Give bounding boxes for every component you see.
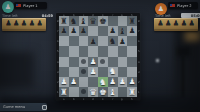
black-knight-b8[interactable]: ♞ — [70, 17, 78, 26]
coordinate-label: 3 — [138, 70, 140, 73]
coordinate-label: 4 — [138, 60, 140, 63]
black-bishop-g7[interactable]: ♝ — [119, 27, 127, 36]
move-hint-dot[interactable] — [81, 59, 86, 64]
captured-piece: ♟ — [165, 20, 171, 27]
square-a7[interactable]: ♟ — [59, 26, 69, 36]
square-b5[interactable] — [69, 46, 79, 56]
square-g6[interactable]: ♟ — [118, 36, 128, 46]
square-f5[interactable] — [108, 46, 118, 56]
captured-piece: ♟ — [21, 20, 27, 27]
white-pawn-h2[interactable]: ♟ — [129, 78, 136, 86]
captured-piece: ♟ — [36, 20, 42, 27]
black-pawn-c7[interactable]: ♟ — [80, 27, 87, 35]
rank-labels-right: 87654321 — [137, 16, 141, 97]
square-e7[interactable] — [98, 26, 108, 36]
square-b8[interactable]: ♞ — [69, 16, 79, 26]
square-f2[interactable]: ♟ — [108, 77, 118, 87]
pawn-icon: ♟ — [158, 6, 164, 13]
captured-pieces-tray: ♟♟♟♟♟ — [2, 18, 46, 31]
chess-board[interactable]: ♜♞♝♛♚♜♟♟♟♟♝♟♟♞♟♟♟♞♟♟♞♟♟♟♜♛♚♝♜ — [59, 16, 137, 97]
file-labels-bottom: abcdefgh — [59, 97, 137, 101]
square-f3[interactable]: ♞ — [108, 67, 118, 77]
square-h4[interactable] — [127, 57, 137, 67]
square-c2[interactable] — [79, 77, 89, 87]
square-c6[interactable] — [79, 36, 89, 46]
clock-label: Time left — [155, 14, 171, 18]
move-hint-dot[interactable] — [81, 69, 86, 74]
square-a4[interactable] — [59, 57, 69, 67]
square-e3[interactable] — [98, 67, 108, 77]
coordinate-label: c — [83, 97, 84, 100]
square-g5[interactable] — [118, 46, 128, 56]
coordinate-label: 5 — [138, 50, 140, 53]
captured-piece: ♟ — [157, 20, 163, 27]
square-b3[interactable] — [69, 67, 79, 77]
white-king-e1[interactable]: ♚ — [99, 88, 107, 97]
white-pawn-f2[interactable]: ♟ — [109, 78, 116, 86]
square-a2[interactable]: ♟ — [59, 77, 69, 87]
coordinate-label: g — [122, 97, 124, 100]
player-name-bar: Player 1 — [14, 2, 47, 9]
coordinate-label: 2 — [138, 81, 140, 84]
square-g3[interactable] — [118, 67, 128, 77]
white-pawn-b2[interactable]: ♟ — [70, 78, 77, 86]
square-d6[interactable]: ♟ — [88, 36, 98, 46]
captured-piece: ♟ — [188, 20, 194, 27]
black-rook-h8[interactable]: ♜ — [128, 17, 136, 26]
coordinate-label: a — [63, 97, 65, 100]
square-g1[interactable] — [118, 87, 128, 97]
pawn-icon: ♟ — [5, 4, 11, 11]
white-knight-f3[interactable]: ♞ — [109, 67, 117, 76]
square-c3[interactable] — [79, 67, 89, 77]
black-bishop-c8[interactable]: ♝ — [80, 17, 88, 26]
background-lamp-glint — [156, 59, 159, 62]
background-lamp-pole — [182, 56, 184, 98]
black-pawn-f7[interactable]: ♟ — [109, 27, 116, 35]
square-a5[interactable] — [59, 46, 69, 56]
flag-icon — [16, 4, 21, 8]
move-hint-dot[interactable] — [100, 59, 105, 64]
square-c8[interactable]: ♝ — [79, 16, 89, 26]
square-a6[interactable] — [59, 36, 69, 46]
coordinate-label: d — [92, 97, 94, 100]
black-rook-a8[interactable]: ♜ — [60, 17, 68, 26]
black-king-e8[interactable]: ♚ — [99, 17, 107, 26]
square-d4[interactable]: ♟ — [88, 57, 98, 67]
chess-board-frame: abcdefgh abcdefgh 87654321 87654321 ♜♞♝♛… — [56, 13, 140, 100]
background-sofa — [0, 52, 34, 88]
square-g8[interactable] — [118, 16, 128, 26]
square-f8[interactable] — [108, 16, 118, 26]
square-d5[interactable] — [88, 46, 98, 56]
avatar[interactable]: ♟ — [2, 1, 14, 13]
black-knight-f6[interactable]: ♞ — [109, 37, 117, 46]
square-g4[interactable] — [118, 57, 128, 67]
captured-piece: ♟ — [181, 20, 187, 27]
square-f6[interactable]: ♞ — [108, 36, 118, 46]
square-c5[interactable] — [79, 46, 89, 56]
square-b1[interactable] — [69, 87, 79, 97]
square-e6[interactable] — [98, 36, 108, 46]
coordinate-label: 1 — [138, 91, 140, 94]
square-a8[interactable]: ♜ — [59, 16, 69, 26]
square-c1[interactable] — [79, 87, 89, 97]
square-c7[interactable]: ♟ — [79, 26, 89, 36]
player-name-bar: Player 2 — [168, 2, 198, 9]
square-h8[interactable]: ♜ — [127, 16, 137, 26]
white-queen-d1[interactable]: ♛ — [89, 88, 97, 97]
square-b2[interactable]: ♟ — [69, 77, 79, 87]
square-g7[interactable]: ♝ — [118, 26, 128, 36]
square-d8[interactable]: ♛ — [88, 16, 98, 26]
captured-piece: ♟ — [5, 20, 11, 27]
white-pawn-g2[interactable]: ♟ — [119, 78, 126, 86]
clock-label: Time left — [2, 14, 18, 18]
square-d1[interactable]: ♛ — [88, 87, 98, 97]
flag-icon — [170, 4, 175, 8]
square-b6[interactable] — [69, 36, 79, 46]
captured-piece: ♟ — [13, 20, 19, 27]
captured-piece: ♟ — [173, 20, 179, 27]
black-pawn-b7[interactable]: ♟ — [70, 27, 77, 35]
white-pawn-d4[interactable]: ♟ — [90, 58, 97, 66]
black-pawn-g6[interactable]: ♟ — [119, 38, 126, 46]
black-pawn-d6[interactable]: ♟ — [90, 38, 97, 46]
move-hint-dot[interactable] — [81, 89, 86, 94]
square-g2[interactable]: ♟ — [118, 77, 128, 87]
coordinate-label: h — [131, 97, 133, 100]
square-e5[interactable] — [98, 46, 108, 56]
square-h3[interactable] — [127, 67, 137, 77]
square-f1[interactable]: ♝ — [108, 87, 118, 97]
coordinate-label: b — [73, 97, 75, 100]
captured-pieces-tray: ♟♟♟♟♟ — [154, 18, 198, 31]
menu-bar[interactable]: Game menu — [0, 103, 47, 111]
square-h5[interactable] — [127, 46, 137, 56]
square-b4[interactable] — [69, 57, 79, 67]
square-e8[interactable]: ♚ — [98, 16, 108, 26]
coordinate-label: 6 — [138, 40, 140, 43]
menu-label: Game menu — [3, 105, 25, 109]
square-d3[interactable]: ♟ — [88, 67, 98, 77]
clock-value: 04:59 — [42, 14, 53, 18]
chess-app-screen: ♟ Player 1 Time left 04:59 ♟♟♟♟♟ ♟ Playe… — [0, 0, 200, 112]
white-bishop-f1[interactable]: ♝ — [109, 88, 117, 97]
square-h6[interactable] — [127, 36, 137, 46]
coordinate-label: 7 — [138, 30, 140, 33]
white-knight-e2[interactable]: ♞ — [99, 78, 107, 87]
square-e4[interactable] — [98, 57, 108, 67]
square-b7[interactable]: ♟ — [69, 26, 79, 36]
player-name: Player 1 — [23, 4, 38, 8]
coordinate-label: e — [102, 97, 104, 100]
black-pawn-h7[interactable]: ♟ — [129, 27, 136, 35]
square-e2[interactable]: ♞ — [98, 77, 108, 87]
clock-value: 05:00 — [190, 14, 200, 18]
keycap-icon — [42, 105, 47, 110]
white-rook-a1[interactable]: ♜ — [60, 88, 68, 97]
square-h1[interactable]: ♜ — [127, 87, 137, 97]
coordinate-label: 8 — [138, 20, 140, 23]
square-e1[interactable]: ♚ — [98, 87, 108, 97]
square-a1[interactable]: ♜ — [59, 87, 69, 97]
square-f7[interactable]: ♟ — [108, 26, 118, 36]
square-h2[interactable]: ♟ — [127, 77, 137, 87]
white-pawn-a2[interactable]: ♟ — [61, 78, 68, 86]
player-name: Player 2 — [177, 4, 192, 8]
black-queen-d8[interactable]: ♛ — [89, 17, 97, 26]
square-c4[interactable] — [79, 57, 89, 67]
coordinate-label: f — [112, 97, 113, 100]
square-h7[interactable]: ♟ — [127, 26, 137, 36]
square-a3[interactable] — [59, 67, 69, 77]
captured-piece: ♟ — [29, 20, 35, 27]
white-pawn-d3[interactable]: ♟ — [90, 68, 97, 76]
white-rook-h1[interactable]: ♜ — [128, 88, 136, 97]
background-lamp-shade — [177, 47, 190, 56]
black-pawn-a7[interactable]: ♟ — [61, 27, 68, 35]
background-books — [185, 31, 200, 41]
square-d2[interactable] — [88, 77, 98, 87]
square-d7[interactable] — [88, 26, 98, 36]
